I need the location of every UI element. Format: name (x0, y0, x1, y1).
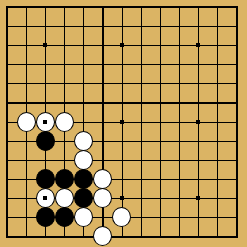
intersection-N8[interactable] (227, 93, 246, 112)
intersection-A9[interactable] (0, 74, 17, 93)
intersection-A8[interactable] (0, 93, 17, 112)
intersection-M11[interactable] (207, 36, 226, 55)
intersection-L9[interactable] (188, 74, 207, 93)
intersection-K11[interactable] (169, 36, 188, 55)
intersection-M2[interactable] (207, 207, 226, 226)
intersection-N13[interactable] (227, 0, 246, 17)
intersection-G5[interactable] (112, 150, 131, 169)
intersection-F1[interactable]: ○ (93, 227, 112, 246)
white-stone: ○ (112, 207, 131, 227)
white-stone: ○ (55, 188, 74, 208)
intersection-K10[interactable] (169, 55, 188, 74)
intersection-H6[interactable] (131, 131, 150, 150)
intersection-M7[interactable] (207, 112, 226, 131)
intersection-A11[interactable] (0, 36, 17, 55)
intersection-D6[interactable] (55, 131, 74, 150)
black-stone: ● (36, 169, 55, 189)
intersection-D7[interactable]: ○ (55, 112, 74, 131)
intersection-D10[interactable] (55, 55, 74, 74)
intersection-A10[interactable] (0, 55, 17, 74)
star-point (196, 120, 200, 124)
intersection-C8[interactable] (36, 93, 55, 112)
intersection-A7[interactable] (0, 112, 17, 131)
intersection-K7[interactable] (169, 112, 188, 131)
intersection-M10[interactable] (207, 55, 226, 74)
intersection-B12[interactable] (17, 17, 36, 36)
intersection-A1[interactable] (0, 227, 17, 246)
intersection-D1[interactable] (55, 227, 74, 246)
intersection-H7[interactable] (131, 112, 150, 131)
intersection-B13[interactable] (17, 0, 36, 17)
intersection-K12[interactable] (169, 17, 188, 36)
intersection-B11[interactable] (17, 36, 36, 55)
intersection-D12[interactable] (55, 17, 74, 36)
intersection-J10[interactable] (150, 55, 169, 74)
intersection-G4[interactable] (112, 169, 131, 188)
intersection-K4[interactable] (169, 169, 188, 188)
intersection-H10[interactable] (131, 55, 150, 74)
white-stone: ○ (93, 169, 112, 189)
intersection-M1[interactable] (207, 227, 226, 246)
white-stone: ○ (17, 112, 36, 132)
intersection-K2[interactable] (169, 207, 188, 226)
intersection-N2[interactable] (227, 207, 246, 226)
intersection-B6[interactable] (17, 131, 36, 150)
intersection-A6[interactable] (0, 131, 17, 150)
intersection-K6[interactable] (169, 131, 188, 150)
star-point (120, 120, 124, 124)
intersection-F6[interactable] (93, 131, 112, 150)
intersection-N5[interactable] (227, 150, 246, 169)
intersection-C2[interactable]: ● (36, 207, 55, 226)
intersection-N7[interactable] (227, 112, 246, 131)
intersection-J13[interactable] (150, 0, 169, 17)
intersection-N12[interactable] (227, 17, 246, 36)
star-point (120, 43, 124, 47)
intersection-F8[interactable] (93, 93, 112, 112)
intersection-G2[interactable]: ○ (112, 207, 131, 226)
intersection-G10[interactable] (112, 55, 131, 74)
intersection-D13[interactable] (55, 0, 74, 17)
intersection-H4[interactable] (131, 169, 150, 188)
intersection-N1[interactable] (227, 227, 246, 246)
intersection-F5[interactable] (93, 150, 112, 169)
intersection-M3[interactable] (207, 188, 226, 207)
intersection-J9[interactable] (150, 74, 169, 93)
intersection-D2[interactable]: ● (55, 207, 74, 226)
intersection-F3[interactable]: ○ (93, 188, 112, 207)
intersection-B10[interactable] (17, 55, 36, 74)
intersection-E8[interactable] (74, 93, 93, 112)
intersection-D8[interactable] (55, 93, 74, 112)
intersection-E3[interactable]: ● (74, 188, 93, 207)
intersection-D3[interactable]: ○ (55, 188, 74, 207)
intersection-J5[interactable] (150, 150, 169, 169)
intersection-J7[interactable] (150, 112, 169, 131)
intersection-D4[interactable]: ● (55, 169, 74, 188)
intersection-M13[interactable] (207, 0, 226, 17)
intersection-J6[interactable] (150, 131, 169, 150)
intersection-E5[interactable]: ○ (74, 150, 93, 169)
intersection-K5[interactable] (169, 150, 188, 169)
intersection-K3[interactable] (169, 188, 188, 207)
intersection-B2[interactable] (17, 207, 36, 226)
intersection-L6[interactable] (188, 131, 207, 150)
intersection-N10[interactable] (227, 55, 246, 74)
intersection-C13[interactable] (36, 0, 55, 17)
intersection-B9[interactable] (17, 74, 36, 93)
intersection-F9[interactable] (93, 74, 112, 93)
intersection-C9[interactable] (36, 74, 55, 93)
intersection-C5[interactable] (36, 150, 55, 169)
intersection-H9[interactable] (131, 74, 150, 93)
intersection-N6[interactable] (227, 131, 246, 150)
intersection-F10[interactable] (93, 55, 112, 74)
intersection-L2[interactable] (188, 207, 207, 226)
intersection-H8[interactable] (131, 93, 150, 112)
intersection-N9[interactable] (227, 74, 246, 93)
intersection-D9[interactable] (55, 74, 74, 93)
white-stone: ○ (74, 131, 93, 151)
intersection-A2[interactable] (0, 207, 17, 226)
intersection-E13[interactable] (74, 0, 93, 17)
intersection-J8[interactable] (150, 93, 169, 112)
intersection-B4[interactable] (17, 169, 36, 188)
intersection-C4[interactable]: ● (36, 169, 55, 188)
intersection-F12[interactable] (93, 17, 112, 36)
intersection-D11[interactable] (55, 36, 74, 55)
intersection-M4[interactable] (207, 169, 226, 188)
intersection-H11[interactable] (131, 36, 150, 55)
intersection-L4[interactable] (188, 169, 207, 188)
intersection-G12[interactable] (112, 17, 131, 36)
intersection-J11[interactable] (150, 36, 169, 55)
intersection-L13[interactable] (188, 0, 207, 17)
intersection-H5[interactable] (131, 150, 150, 169)
intersection-M5[interactable] (207, 150, 226, 169)
intersection-H1[interactable] (131, 227, 150, 246)
intersection-N3[interactable] (227, 188, 246, 207)
intersection-B3[interactable] (17, 188, 36, 207)
intersection-A12[interactable] (0, 17, 17, 36)
intersection-L8[interactable] (188, 93, 207, 112)
star-point (196, 196, 200, 200)
intersection-F13[interactable] (93, 0, 112, 17)
white-stone: ○ (93, 188, 112, 208)
intersection-A3[interactable] (0, 188, 17, 207)
intersection-A13[interactable] (0, 0, 17, 17)
intersection-L12[interactable] (188, 17, 207, 36)
intersection-K9[interactable] (169, 74, 188, 93)
intersection-H2[interactable] (131, 207, 150, 226)
star-point (43, 120, 47, 124)
intersection-K8[interactable] (169, 93, 188, 112)
intersection-F4[interactable]: ○ (93, 169, 112, 188)
intersection-H12[interactable] (131, 17, 150, 36)
intersection-G8[interactable] (112, 93, 131, 112)
black-stone: ● (55, 169, 74, 189)
white-stone: ○ (93, 226, 112, 246)
intersection-B8[interactable] (17, 93, 36, 112)
black-stone: ● (36, 207, 55, 227)
intersection-K1[interactable] (169, 227, 188, 246)
black-stone: ● (36, 131, 55, 151)
intersection-C10[interactable] (36, 55, 55, 74)
intersection-M9[interactable] (207, 74, 226, 93)
intersection-M8[interactable] (207, 93, 226, 112)
intersection-F11[interactable] (93, 36, 112, 55)
black-stone: ● (74, 169, 93, 189)
intersection-E7[interactable] (74, 112, 93, 131)
intersection-E11[interactable] (74, 36, 93, 55)
white-stone: ○ (74, 150, 93, 170)
star-point (120, 196, 124, 200)
intersection-F2[interactable] (93, 207, 112, 226)
intersection-K13[interactable] (169, 0, 188, 17)
intersection-E10[interactable] (74, 55, 93, 74)
intersection-L1[interactable] (188, 227, 207, 246)
intersection-M12[interactable] (207, 17, 226, 36)
intersection-E6[interactable]: ○ (74, 131, 93, 150)
intersection-N4[interactable] (227, 169, 246, 188)
intersection-A4[interactable] (0, 169, 17, 188)
intersection-C6[interactable]: ● (36, 131, 55, 150)
white-stone: ○ (74, 207, 93, 227)
intersection-G1[interactable] (112, 227, 131, 246)
intersection-J3[interactable] (150, 188, 169, 207)
go-board: ○○○●○○●●●○○○●○●●○○○ (0, 0, 247, 247)
intersection-M6[interactable] (207, 131, 226, 150)
intersection-L10[interactable] (188, 55, 207, 74)
intersection-B5[interactable] (17, 150, 36, 169)
intersection-J2[interactable] (150, 207, 169, 226)
intersection-F7[interactable] (93, 112, 112, 131)
intersection-J4[interactable] (150, 169, 169, 188)
intersection-G9[interactable] (112, 74, 131, 93)
star-point (43, 196, 47, 200)
intersection-D5[interactable] (55, 150, 74, 169)
intersection-E1[interactable] (74, 227, 93, 246)
black-stone: ● (55, 207, 74, 227)
intersection-B7[interactable]: ○ (17, 112, 36, 131)
intersection-G13[interactable] (112, 0, 131, 17)
intersection-E4[interactable]: ● (74, 169, 93, 188)
intersection-H13[interactable] (131, 0, 150, 17)
white-stone: ○ (55, 112, 74, 132)
star-point (196, 43, 200, 47)
intersection-J1[interactable] (150, 227, 169, 246)
intersection-E9[interactable] (74, 74, 93, 93)
intersection-C12[interactable] (36, 17, 55, 36)
intersection-J12[interactable] (150, 17, 169, 36)
intersection-C1[interactable] (36, 227, 55, 246)
intersection-G6[interactable] (112, 131, 131, 150)
intersection-E2[interactable]: ○ (74, 207, 93, 226)
intersection-N11[interactable] (227, 36, 246, 55)
intersection-E12[interactable] (74, 17, 93, 36)
star-point (43, 43, 47, 47)
intersection-H3[interactable] (131, 188, 150, 207)
intersection-A5[interactable] (0, 150, 17, 169)
intersection-L5[interactable] (188, 150, 207, 169)
intersection-B1[interactable] (17, 227, 36, 246)
black-stone: ● (74, 188, 93, 208)
